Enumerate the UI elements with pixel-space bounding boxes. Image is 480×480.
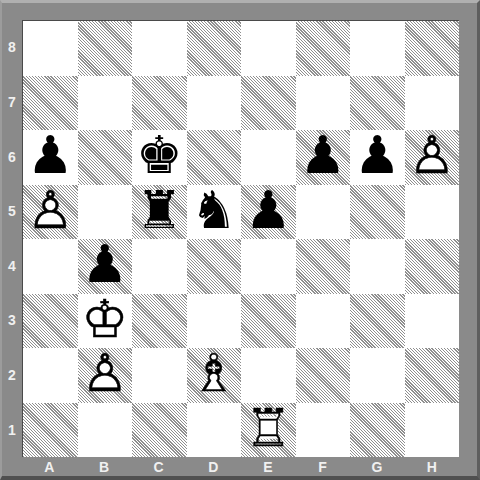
square-g2[interactable] — [350, 348, 405, 403]
square-g3[interactable] — [350, 294, 405, 349]
file-label-f: F — [295, 457, 350, 476]
piece-glyph: ♞ — [190, 184, 237, 236]
rank-label-5: 5 — [2, 184, 22, 239]
square-d8[interactable] — [187, 21, 242, 76]
square-h7[interactable] — [405, 76, 460, 131]
piece-white-rook[interactable]: ♜♖ — [241, 403, 296, 458]
square-c7[interactable] — [132, 76, 187, 131]
square-b1[interactable] — [78, 403, 133, 458]
square-e8[interactable] — [241, 21, 296, 76]
square-f6[interactable]: ♟ — [296, 130, 351, 185]
square-g6[interactable]: ♟ — [350, 130, 405, 185]
square-b3[interactable]: ♚♔ — [78, 294, 133, 349]
file-label-d: D — [186, 457, 241, 476]
piece-black-knight[interactable]: ♞ — [187, 185, 242, 240]
file-label-a: A — [22, 457, 77, 476]
piece-black-pawn[interactable]: ♟ — [241, 185, 296, 240]
square-g5[interactable] — [350, 185, 405, 240]
piece-outline-layer: ♗ — [190, 347, 237, 399]
piece-black-pawn[interactable]: ♟ — [296, 130, 351, 185]
square-b5[interactable] — [78, 185, 133, 240]
rank-label-3: 3 — [2, 293, 22, 348]
square-e3[interactable] — [241, 294, 296, 349]
square-b6[interactable] — [78, 130, 133, 185]
square-c5[interactable]: ♜ — [132, 185, 187, 240]
square-h1[interactable] — [405, 403, 460, 458]
piece-black-king[interactable]: ♚ — [132, 130, 187, 185]
file-label-g: G — [350, 457, 405, 476]
rank-label-8: 8 — [2, 20, 22, 75]
piece-outline-layer: ♙ — [408, 129, 455, 181]
piece-glyph: ♟ — [27, 129, 74, 181]
square-c8[interactable] — [132, 21, 187, 76]
square-a4[interactable] — [23, 239, 78, 294]
square-f3[interactable] — [296, 294, 351, 349]
square-e4[interactable] — [241, 239, 296, 294]
square-a2[interactable] — [23, 348, 78, 403]
square-f8[interactable] — [296, 21, 351, 76]
piece-outline-layer: ♔ — [81, 293, 128, 345]
piece-black-pawn[interactable]: ♟ — [350, 130, 405, 185]
piece-glyph: ♜ — [136, 184, 183, 236]
square-d5[interactable]: ♞ — [187, 185, 242, 240]
square-b4[interactable]: ♟ — [78, 239, 133, 294]
piece-outline-layer: ♖ — [245, 402, 292, 454]
piece-glyph: ♚ — [136, 129, 183, 181]
square-a5[interactable]: ♟♙ — [23, 185, 78, 240]
square-c4[interactable] — [132, 239, 187, 294]
square-f5[interactable] — [296, 185, 351, 240]
piece-white-pawn[interactable]: ♟♙ — [23, 185, 78, 240]
square-c2[interactable] — [132, 348, 187, 403]
square-d1[interactable] — [187, 403, 242, 458]
square-f7[interactable] — [296, 76, 351, 131]
square-g1[interactable] — [350, 403, 405, 458]
piece-glyph: ♟ — [81, 238, 128, 290]
square-h3[interactable] — [405, 294, 460, 349]
square-d7[interactable] — [187, 76, 242, 131]
square-f4[interactable] — [296, 239, 351, 294]
square-h8[interactable] — [405, 21, 460, 76]
piece-white-pawn[interactable]: ♟♙ — [405, 130, 460, 185]
square-g8[interactable] — [350, 21, 405, 76]
rank-label-7: 7 — [2, 75, 22, 130]
square-c6[interactable]: ♚ — [132, 130, 187, 185]
piece-black-pawn[interactable]: ♟ — [23, 130, 78, 185]
square-b8[interactable] — [78, 21, 133, 76]
square-h5[interactable] — [405, 185, 460, 240]
square-c1[interactable] — [132, 403, 187, 458]
square-e2[interactable] — [241, 348, 296, 403]
square-a1[interactable] — [23, 403, 78, 458]
square-e5[interactable]: ♟ — [241, 185, 296, 240]
piece-black-pawn[interactable]: ♟ — [78, 239, 133, 294]
square-h6[interactable]: ♟♙ — [405, 130, 460, 185]
board: ♟♚♟♟♟♙♟♙♜♞♟♟♚♔♟♙♝♗♜♖ — [22, 20, 459, 457]
square-f1[interactable] — [296, 403, 351, 458]
rank-labels: 87654321 — [2, 20, 22, 457]
square-a3[interactable] — [23, 294, 78, 349]
piece-outline-layer: ♙ — [81, 347, 128, 399]
square-g7[interactable] — [350, 76, 405, 131]
square-e1[interactable]: ♜♖ — [241, 403, 296, 458]
file-labels: ABCDEFGH — [22, 457, 459, 476]
piece-glyph: ♟ — [299, 129, 346, 181]
square-d4[interactable] — [187, 239, 242, 294]
rank-label-1: 1 — [2, 402, 22, 457]
square-b2[interactable]: ♟♙ — [78, 348, 133, 403]
square-e7[interactable] — [241, 76, 296, 131]
piece-white-bishop[interactable]: ♝♗ — [187, 348, 242, 403]
board-frame: 87654321 ♟♚♟♟♟♙♟♙♜♞♟♟♚♔♟♙♝♗♜♖ ABCDEFGH — [0, 0, 480, 480]
square-e6[interactable] — [241, 130, 296, 185]
rank-label-4: 4 — [2, 239, 22, 294]
piece-glyph: ♟ — [245, 184, 292, 236]
square-d6[interactable] — [187, 130, 242, 185]
square-f2[interactable] — [296, 348, 351, 403]
piece-outline-layer: ♙ — [27, 184, 74, 236]
piece-white-pawn[interactable]: ♟♙ — [78, 348, 133, 403]
file-label-b: B — [77, 457, 132, 476]
square-d2[interactable]: ♝♗ — [187, 348, 242, 403]
piece-white-king[interactable]: ♚♔ — [78, 294, 133, 349]
rank-label-6: 6 — [2, 129, 22, 184]
square-h2[interactable] — [405, 348, 460, 403]
square-c3[interactable] — [132, 294, 187, 349]
square-g4[interactable] — [350, 239, 405, 294]
file-label-h: H — [404, 457, 459, 476]
square-a8[interactable] — [23, 21, 78, 76]
file-label-c: C — [131, 457, 186, 476]
square-d3[interactable] — [187, 294, 242, 349]
square-a6[interactable]: ♟ — [23, 130, 78, 185]
rank-label-2: 2 — [2, 348, 22, 403]
square-b7[interactable] — [78, 76, 133, 131]
piece-glyph: ♟ — [354, 129, 401, 181]
square-h4[interactable] — [405, 239, 460, 294]
file-label-e: E — [241, 457, 296, 476]
square-a7[interactable] — [23, 76, 78, 131]
piece-black-rook[interactable]: ♜ — [132, 185, 187, 240]
